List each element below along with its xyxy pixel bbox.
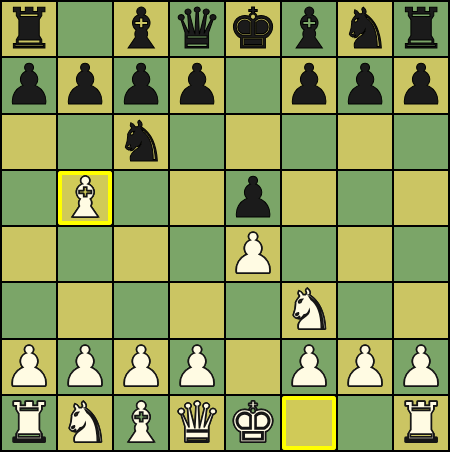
square-e8[interactable]: ♚ — [226, 2, 280, 56]
black-pawn-icon: ♟ — [172, 58, 222, 112]
black-bishop-icon: ♝ — [284, 2, 334, 56]
square-a5[interactable] — [2, 171, 56, 225]
black-pawn-icon: ♟ — [60, 58, 110, 112]
square-g7[interactable]: ♟ — [338, 58, 392, 112]
square-f1[interactable] — [282, 396, 336, 450]
square-g3[interactable] — [338, 283, 392, 337]
black-pawn-icon: ♟ — [396, 58, 446, 112]
square-h1[interactable]: ♜ — [394, 396, 448, 450]
white-knight-icon: ♞ — [60, 396, 110, 450]
square-d1[interactable]: ♛ — [170, 396, 224, 450]
square-a3[interactable] — [2, 283, 56, 337]
square-b7[interactable]: ♟ — [58, 58, 112, 112]
square-c1[interactable]: ♝ — [114, 396, 168, 450]
white-knight-icon: ♞ — [284, 283, 334, 337]
square-f6[interactable] — [282, 115, 336, 169]
square-f2[interactable]: ♟ — [282, 340, 336, 394]
square-d6[interactable] — [170, 115, 224, 169]
square-a2[interactable]: ♟ — [2, 340, 56, 394]
square-f8[interactable]: ♝ — [282, 2, 336, 56]
white-pawn-icon: ♟ — [396, 340, 446, 394]
square-d2[interactable]: ♟ — [170, 340, 224, 394]
square-a8[interactable]: ♜ — [2, 2, 56, 56]
square-h8[interactable]: ♜ — [394, 2, 448, 56]
black-pawn-icon: ♟ — [284, 58, 334, 112]
black-knight-icon: ♞ — [340, 2, 390, 56]
square-g2[interactable]: ♟ — [338, 340, 392, 394]
black-pawn-icon: ♟ — [116, 58, 166, 112]
white-bishop-icon: ♝ — [60, 171, 110, 225]
square-d5[interactable] — [170, 171, 224, 225]
square-a6[interactable] — [2, 115, 56, 169]
square-h7[interactable]: ♟ — [394, 58, 448, 112]
black-bishop-icon: ♝ — [116, 2, 166, 56]
white-pawn-icon: ♟ — [228, 227, 278, 281]
square-d3[interactable] — [170, 283, 224, 337]
square-e2[interactable] — [226, 340, 280, 394]
square-c5[interactable] — [114, 171, 168, 225]
square-e5[interactable]: ♟ — [226, 171, 280, 225]
black-queen-icon: ♛ — [172, 2, 222, 56]
white-rook-icon: ♜ — [396, 396, 446, 450]
white-queen-icon: ♛ — [172, 396, 222, 450]
square-f7[interactable]: ♟ — [282, 58, 336, 112]
white-pawn-icon: ♟ — [340, 340, 390, 394]
white-king-icon: ♚ — [228, 396, 278, 450]
square-c2[interactable]: ♟ — [114, 340, 168, 394]
square-d7[interactable]: ♟ — [170, 58, 224, 112]
square-b3[interactable] — [58, 283, 112, 337]
square-c4[interactable] — [114, 227, 168, 281]
black-pawn-icon: ♟ — [340, 58, 390, 112]
square-e4[interactable]: ♟ — [226, 227, 280, 281]
square-b2[interactable]: ♟ — [58, 340, 112, 394]
white-bishop-icon: ♝ — [116, 396, 166, 450]
white-pawn-icon: ♟ — [60, 340, 110, 394]
square-f4[interactable] — [282, 227, 336, 281]
square-h3[interactable] — [394, 283, 448, 337]
square-e1[interactable]: ♚ — [226, 396, 280, 450]
square-f5[interactable] — [282, 171, 336, 225]
square-g8[interactable]: ♞ — [338, 2, 392, 56]
white-pawn-icon: ♟ — [116, 340, 166, 394]
square-h5[interactable] — [394, 171, 448, 225]
square-h2[interactable]: ♟ — [394, 340, 448, 394]
black-rook-icon: ♜ — [4, 2, 54, 56]
square-e3[interactable] — [226, 283, 280, 337]
square-c7[interactable]: ♟ — [114, 58, 168, 112]
white-rook-icon: ♜ — [4, 396, 54, 450]
chess-board: ♜♝♛♚♝♞♜♟♟♟♟♟♟♟♞♝♟♟♞♟♟♟♟♟♟♟♜♞♝♛♚♜ — [0, 0, 450, 452]
black-knight-icon: ♞ — [116, 115, 166, 169]
white-pawn-icon: ♟ — [172, 340, 222, 394]
square-h6[interactable] — [394, 115, 448, 169]
square-h4[interactable] — [394, 227, 448, 281]
square-d8[interactable]: ♛ — [170, 2, 224, 56]
square-a7[interactable]: ♟ — [2, 58, 56, 112]
square-f3[interactable]: ♞ — [282, 283, 336, 337]
chess-board-window: ♜♝♛♚♝♞♜♟♟♟♟♟♟♟♞♝♟♟♞♟♟♟♟♟♟♟♜♞♝♛♚♜ — [0, 0, 450, 452]
black-rook-icon: ♜ — [396, 2, 446, 56]
square-d4[interactable] — [170, 227, 224, 281]
white-pawn-icon: ♟ — [284, 340, 334, 394]
black-pawn-icon: ♟ — [4, 58, 54, 112]
square-a4[interactable] — [2, 227, 56, 281]
square-c8[interactable]: ♝ — [114, 2, 168, 56]
square-c6[interactable]: ♞ — [114, 115, 168, 169]
square-b4[interactable] — [58, 227, 112, 281]
square-g1[interactable] — [338, 396, 392, 450]
square-g5[interactable] — [338, 171, 392, 225]
black-king-icon: ♚ — [228, 2, 278, 56]
square-e6[interactable] — [226, 115, 280, 169]
black-pawn-icon: ♟ — [228, 171, 278, 225]
square-b8[interactable] — [58, 2, 112, 56]
square-b1[interactable]: ♞ — [58, 396, 112, 450]
square-e7[interactable] — [226, 58, 280, 112]
square-g6[interactable] — [338, 115, 392, 169]
square-b5[interactable]: ♝ — [58, 171, 112, 225]
square-g4[interactable] — [338, 227, 392, 281]
white-pawn-icon: ♟ — [4, 340, 54, 394]
square-c3[interactable] — [114, 283, 168, 337]
square-a1[interactable]: ♜ — [2, 396, 56, 450]
square-b6[interactable] — [58, 115, 112, 169]
